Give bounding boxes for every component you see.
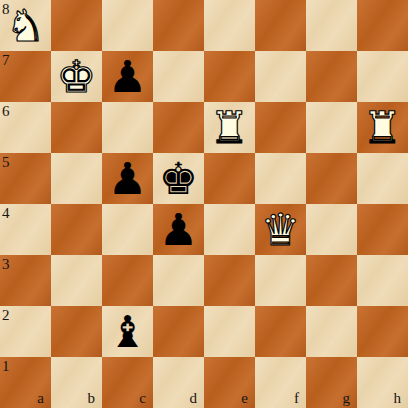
rank-label-5: 5	[2, 155, 10, 170]
square-h6[interactable]: ♜	[357, 102, 408, 153]
square-h1[interactable]: h	[357, 357, 408, 408]
square-g7[interactable]	[306, 51, 357, 102]
square-h4[interactable]	[357, 204, 408, 255]
square-e7[interactable]	[204, 51, 255, 102]
piece-white-rook[interactable]: ♜	[210, 102, 249, 153]
square-e3[interactable]	[204, 255, 255, 306]
square-h3[interactable]	[357, 255, 408, 306]
file-label-c: c	[139, 391, 146, 406]
square-g3[interactable]	[306, 255, 357, 306]
square-g1[interactable]: g	[306, 357, 357, 408]
square-b8[interactable]	[51, 0, 102, 51]
square-a3[interactable]: 3	[0, 255, 51, 306]
square-g2[interactable]	[306, 306, 357, 357]
square-c2[interactable]: ♝	[102, 306, 153, 357]
piece-white-king[interactable]: ♚	[57, 51, 96, 102]
file-label-b: b	[88, 391, 96, 406]
file-label-a: a	[37, 391, 44, 406]
square-a8[interactable]: 8♞	[0, 0, 51, 51]
square-c3[interactable]	[102, 255, 153, 306]
file-label-g: g	[343, 391, 351, 406]
square-g4[interactable]	[306, 204, 357, 255]
square-h5[interactable]	[357, 153, 408, 204]
square-b3[interactable]	[51, 255, 102, 306]
file-label-e: e	[241, 391, 248, 406]
rank-label-3: 3	[2, 257, 10, 272]
square-f8[interactable]	[255, 0, 306, 51]
square-f6[interactable]	[255, 102, 306, 153]
square-b6[interactable]	[51, 102, 102, 153]
square-g8[interactable]	[306, 0, 357, 51]
square-a6[interactable]: 6	[0, 102, 51, 153]
rank-label-2: 2	[2, 308, 10, 323]
square-e6[interactable]: ♜	[204, 102, 255, 153]
square-f1[interactable]: f	[255, 357, 306, 408]
square-a5[interactable]: 5	[0, 153, 51, 204]
piece-black-pawn[interactable]: ♟	[159, 204, 198, 255]
square-d5[interactable]: ♚	[153, 153, 204, 204]
square-d4[interactable]: ♟	[153, 204, 204, 255]
piece-white-knight[interactable]: ♞	[6, 0, 45, 51]
square-d8[interactable]	[153, 0, 204, 51]
piece-black-king[interactable]: ♚	[159, 153, 198, 204]
square-c1[interactable]: c	[102, 357, 153, 408]
square-e4[interactable]	[204, 204, 255, 255]
square-c5[interactable]: ♟	[102, 153, 153, 204]
square-d2[interactable]	[153, 306, 204, 357]
square-d7[interactable]	[153, 51, 204, 102]
piece-white-rook[interactable]: ♜	[363, 102, 402, 153]
square-d3[interactable]	[153, 255, 204, 306]
file-label-d: d	[190, 391, 198, 406]
square-c6[interactable]	[102, 102, 153, 153]
chess-board: 8♞7♚♟6♜♜5♟♚4♟♛32♝1abcdefgh	[0, 0, 408, 408]
file-label-f: f	[294, 391, 299, 406]
rank-label-7: 7	[2, 53, 10, 68]
square-c8[interactable]	[102, 0, 153, 51]
rank-label-1: 1	[2, 359, 10, 374]
piece-white-queen[interactable]: ♛	[261, 204, 300, 255]
piece-black-pawn[interactable]: ♟	[108, 51, 147, 102]
square-c7[interactable]: ♟	[102, 51, 153, 102]
piece-black-pawn[interactable]: ♟	[108, 153, 147, 204]
square-f4[interactable]: ♛	[255, 204, 306, 255]
square-e8[interactable]	[204, 0, 255, 51]
square-b5[interactable]	[51, 153, 102, 204]
square-a4[interactable]: 4	[0, 204, 51, 255]
square-f5[interactable]	[255, 153, 306, 204]
square-a1[interactable]: 1a	[0, 357, 51, 408]
square-d6[interactable]	[153, 102, 204, 153]
square-g6[interactable]	[306, 102, 357, 153]
square-b2[interactable]	[51, 306, 102, 357]
square-b7[interactable]: ♚	[51, 51, 102, 102]
square-e1[interactable]: e	[204, 357, 255, 408]
square-f2[interactable]	[255, 306, 306, 357]
square-a7[interactable]: 7	[0, 51, 51, 102]
square-g5[interactable]	[306, 153, 357, 204]
square-c4[interactable]	[102, 204, 153, 255]
square-h7[interactable]	[357, 51, 408, 102]
square-e2[interactable]	[204, 306, 255, 357]
square-b1[interactable]: b	[51, 357, 102, 408]
square-f7[interactable]	[255, 51, 306, 102]
square-h2[interactable]	[357, 306, 408, 357]
file-label-h: h	[394, 391, 402, 406]
rank-label-6: 6	[2, 104, 10, 119]
square-b4[interactable]	[51, 204, 102, 255]
square-d1[interactable]: d	[153, 357, 204, 408]
square-h8[interactable]	[357, 0, 408, 51]
rank-label-4: 4	[2, 206, 10, 221]
piece-black-bishop[interactable]: ♝	[108, 306, 147, 357]
square-e5[interactable]	[204, 153, 255, 204]
square-f3[interactable]	[255, 255, 306, 306]
square-a2[interactable]: 2	[0, 306, 51, 357]
